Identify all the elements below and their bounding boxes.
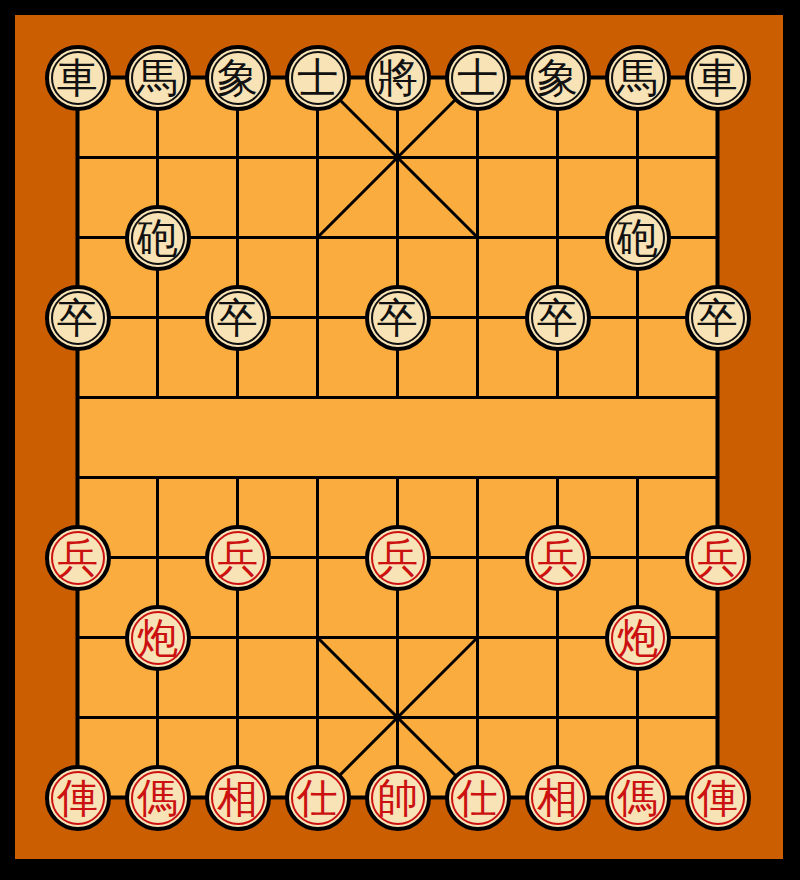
piece-glyph: 砲 (617, 218, 658, 259)
point-3-1[interactable] (278, 118, 358, 198)
point-3-2[interactable] (278, 198, 358, 278)
piece-glyph: 兵 (697, 538, 738, 579)
piece-red-chariot[interactable]: 俥 (685, 765, 751, 831)
point-2-1[interactable] (198, 118, 278, 198)
point-1-1[interactable] (118, 118, 198, 198)
point-0-8[interactable] (38, 678, 118, 758)
piece-black-soldier[interactable]: 卒 (525, 285, 591, 351)
point-0-6[interactable]: 兵 (38, 518, 118, 598)
piece-red-soldier[interactable]: 兵 (525, 525, 591, 591)
point-3-8[interactable] (278, 678, 358, 758)
piece-black-elephant[interactable]: 象 (525, 45, 591, 111)
piece-glyph: 帥 (377, 778, 418, 819)
piece-glyph: 兵 (217, 538, 258, 579)
point-6-9[interactable]: 相 (518, 758, 598, 838)
piece-black-horse[interactable]: 馬 (605, 45, 671, 111)
point-7-4[interactable] (598, 358, 678, 438)
point-3-3[interactable] (278, 278, 358, 358)
point-1-0[interactable]: 馬 (118, 38, 198, 118)
point-6-5[interactable] (518, 438, 598, 518)
point-4-0[interactable]: 將 (358, 38, 438, 118)
point-7-7[interactable]: 炮 (598, 598, 678, 678)
piece-black-cannon[interactable]: 砲 (125, 205, 191, 271)
piece-red-cannon[interactable]: 炮 (125, 605, 191, 671)
point-7-9[interactable]: 傌 (598, 758, 678, 838)
point-7-6[interactable] (598, 518, 678, 598)
piece-black-advisor[interactable]: 士 (445, 45, 511, 111)
point-2-8[interactable] (198, 678, 278, 758)
point-7-0[interactable]: 馬 (598, 38, 678, 118)
point-7-1[interactable] (598, 118, 678, 198)
point-7-3[interactable] (598, 278, 678, 358)
piece-glyph: 仕 (297, 778, 338, 819)
piece-glyph: 兵 (537, 538, 578, 579)
piece-black-advisor[interactable]: 士 (285, 45, 351, 111)
piece-black-soldier[interactable]: 卒 (45, 285, 111, 351)
point-4-6[interactable]: 兵 (358, 518, 438, 598)
point-5-7[interactable] (438, 598, 518, 678)
piece-red-soldier[interactable]: 兵 (685, 525, 751, 591)
piece-red-elephant[interactable]: 相 (205, 765, 271, 831)
point-2-5[interactable] (198, 438, 278, 518)
piece-red-elephant[interactable]: 相 (525, 765, 591, 831)
piece-glyph: 卒 (537, 298, 578, 339)
piece-black-horse[interactable]: 馬 (125, 45, 191, 111)
piece-glyph: 士 (297, 58, 338, 99)
point-8-0[interactable]: 車 (678, 38, 758, 118)
piece-glyph: 卒 (57, 298, 98, 339)
point-2-2[interactable] (198, 198, 278, 278)
point-4-1[interactable] (358, 118, 438, 198)
piece-red-chariot[interactable]: 俥 (45, 765, 111, 831)
point-3-9[interactable]: 仕 (278, 758, 358, 838)
point-0-0[interactable]: 車 (38, 38, 118, 118)
point-5-2[interactable] (438, 198, 518, 278)
point-8-2[interactable] (678, 198, 758, 278)
piece-glyph: 炮 (137, 618, 178, 659)
piece-glyph: 馬 (617, 58, 658, 99)
point-7-8[interactable] (598, 678, 678, 758)
point-7-5[interactable] (598, 438, 678, 518)
piece-red-soldier[interactable]: 兵 (365, 525, 431, 591)
piece-glyph: 兵 (377, 538, 418, 579)
piece-glyph: 砲 (137, 218, 178, 259)
point-6-2[interactable] (518, 198, 598, 278)
point-6-3[interactable]: 卒 (518, 278, 598, 358)
point-6-8[interactable] (518, 678, 598, 758)
point-6-4[interactable] (518, 358, 598, 438)
point-6-1[interactable] (518, 118, 598, 198)
point-0-9[interactable]: 俥 (38, 758, 118, 838)
point-8-1[interactable] (678, 118, 758, 198)
piece-glyph: 兵 (57, 538, 98, 579)
point-1-7[interactable]: 炮 (118, 598, 198, 678)
piece-red-advisor[interactable]: 仕 (445, 765, 511, 831)
point-1-2[interactable]: 砲 (118, 198, 198, 278)
point-0-4[interactable] (38, 358, 118, 438)
point-3-4[interactable] (278, 358, 358, 438)
piece-black-soldier[interactable]: 卒 (685, 285, 751, 351)
piece-red-general[interactable]: 帥 (365, 765, 431, 831)
point-3-7[interactable] (278, 598, 358, 678)
piece-glyph: 象 (217, 58, 258, 99)
piece-glyph: 卒 (697, 298, 738, 339)
piece-black-general[interactable]: 將 (365, 45, 431, 111)
piece-glyph: 卒 (377, 298, 418, 339)
point-8-3[interactable]: 卒 (678, 278, 758, 358)
point-4-8[interactable] (358, 678, 438, 758)
piece-glyph: 士 (457, 58, 498, 99)
point-2-0[interactable]: 象 (198, 38, 278, 118)
piece-glyph: 車 (57, 58, 98, 99)
point-4-9[interactable]: 帥 (358, 758, 438, 838)
point-5-9[interactable]: 仕 (438, 758, 518, 838)
point-0-1[interactable] (38, 118, 118, 198)
point-0-7[interactable] (38, 598, 118, 678)
point-3-6[interactable] (278, 518, 358, 598)
point-4-2[interactable] (358, 198, 438, 278)
piece-red-advisor[interactable]: 仕 (285, 765, 351, 831)
point-8-4[interactable] (678, 358, 758, 438)
piece-glyph: 炮 (617, 618, 658, 659)
piece-red-cannon[interactable]: 炮 (605, 605, 671, 671)
point-0-5[interactable] (38, 438, 118, 518)
piece-glyph: 相 (537, 778, 578, 819)
point-8-6[interactable]: 兵 (678, 518, 758, 598)
point-2-9[interactable]: 相 (198, 758, 278, 838)
piece-red-soldier[interactable]: 兵 (205, 525, 271, 591)
piece-glyph: 將 (377, 58, 418, 99)
piece-glyph: 馬 (137, 58, 178, 99)
point-0-2[interactable] (38, 198, 118, 278)
piece-black-soldier[interactable]: 卒 (365, 285, 431, 351)
point-3-5[interactable] (278, 438, 358, 518)
point-5-0[interactable]: 士 (438, 38, 518, 118)
piece-red-soldier[interactable]: 兵 (45, 525, 111, 591)
point-1-4[interactable] (118, 358, 198, 438)
piece-black-soldier[interactable]: 卒 (205, 285, 271, 351)
point-2-4[interactable] (198, 358, 278, 438)
piece-glyph: 相 (217, 778, 258, 819)
piece-glyph: 俥 (697, 778, 738, 819)
point-1-5[interactable] (118, 438, 198, 518)
point-5-1[interactable] (438, 118, 518, 198)
piece-glyph: 象 (537, 58, 578, 99)
point-2-7[interactable] (198, 598, 278, 678)
point-4-7[interactable] (358, 598, 438, 678)
piece-black-cannon[interactable]: 砲 (605, 205, 671, 271)
piece-red-horse[interactable]: 傌 (125, 765, 191, 831)
point-2-3[interactable]: 卒 (198, 278, 278, 358)
point-8-9[interactable]: 俥 (678, 758, 758, 838)
point-1-9[interactable]: 傌 (118, 758, 198, 838)
piece-glyph: 俥 (57, 778, 98, 819)
point-1-8[interactable] (118, 678, 198, 758)
point-8-5[interactable] (678, 438, 758, 518)
xiangqi-board: 車馬象士將士象馬車砲砲卒卒卒卒卒兵兵兵兵兵炮炮俥傌相仕帥仕相傌俥 (0, 0, 800, 880)
piece-glyph: 卒 (217, 298, 258, 339)
piece-glyph: 車 (697, 58, 738, 99)
piece-black-chariot[interactable]: 車 (45, 45, 111, 111)
point-6-7[interactable] (518, 598, 598, 678)
point-6-6[interactable]: 兵 (518, 518, 598, 598)
point-4-4[interactable] (358, 358, 438, 438)
point-4-5[interactable] (358, 438, 438, 518)
point-5-6[interactable] (438, 518, 518, 598)
point-4-3[interactable]: 卒 (358, 278, 438, 358)
point-6-0[interactable]: 象 (518, 38, 598, 118)
board-points: 車馬象士將士象馬車砲砲卒卒卒卒卒兵兵兵兵兵炮炮俥傌相仕帥仕相傌俥 (38, 38, 758, 838)
piece-glyph: 傌 (137, 778, 178, 819)
piece-glyph: 傌 (617, 778, 658, 819)
piece-black-elephant[interactable]: 象 (205, 45, 271, 111)
piece-glyph: 仕 (457, 778, 498, 819)
piece-red-horse[interactable]: 傌 (605, 765, 671, 831)
point-5-4[interactable] (438, 358, 518, 438)
point-8-7[interactable] (678, 598, 758, 678)
point-2-6[interactable]: 兵 (198, 518, 278, 598)
point-3-0[interactable]: 士 (278, 38, 358, 118)
point-5-8[interactable] (438, 678, 518, 758)
point-8-8[interactable] (678, 678, 758, 758)
point-1-3[interactable] (118, 278, 198, 358)
piece-black-chariot[interactable]: 車 (685, 45, 751, 111)
point-0-3[interactable]: 卒 (38, 278, 118, 358)
point-7-2[interactable]: 砲 (598, 198, 678, 278)
point-5-3[interactable] (438, 278, 518, 358)
point-1-6[interactable] (118, 518, 198, 598)
point-5-5[interactable] (438, 438, 518, 518)
